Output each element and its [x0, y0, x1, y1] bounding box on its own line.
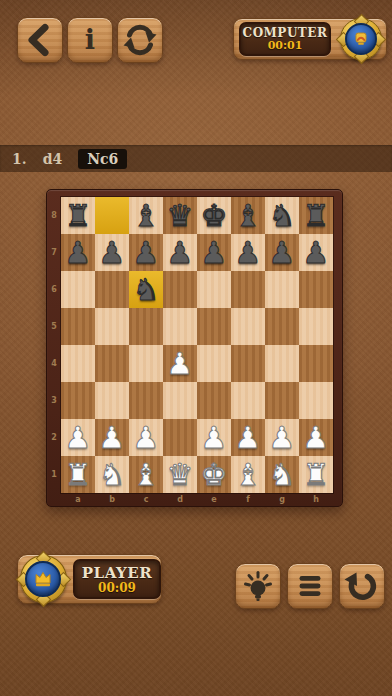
piece-black-pawn[interactable]: ♟ — [265, 234, 299, 271]
square-a5[interactable] — [61, 308, 95, 345]
square-f5[interactable] — [231, 308, 265, 345]
square-c6[interactable]: ♞ — [129, 271, 163, 308]
rank-label-8: 8 — [47, 197, 61, 234]
piece-white-pawn[interactable]: ♟ — [231, 419, 265, 456]
file-label-f: f — [231, 493, 265, 506]
square-e8[interactable]: ♚ — [197, 197, 231, 234]
square-e2[interactable]: ♟ — [197, 419, 231, 456]
square-a6[interactable] — [61, 271, 95, 308]
crown-icon — [31, 567, 55, 591]
square-h1[interactable]: ♜ — [299, 456, 333, 493]
square-d8[interactable]: ♛ — [163, 197, 197, 234]
lightbulb-icon — [236, 564, 280, 608]
square-d3[interactable] — [163, 382, 197, 419]
piece-white-king[interactable]: ♚ — [197, 456, 231, 493]
square-d2[interactable] — [163, 419, 197, 456]
square-c7[interactable]: ♟ — [129, 234, 163, 271]
piece-black-pawn[interactable]: ♟ — [231, 234, 265, 271]
square-f4[interactable] — [231, 345, 265, 382]
rank-label-4: 4 — [47, 345, 61, 382]
square-c8[interactable]: ♝ — [129, 197, 163, 234]
square-g1[interactable]: ♞ — [265, 456, 299, 493]
piece-black-pawn[interactable]: ♟ — [197, 234, 231, 271]
square-g7[interactable]: ♟ — [265, 234, 299, 271]
square-f6[interactable] — [231, 271, 265, 308]
rank-label-2: 2 — [47, 419, 61, 456]
back-button[interactable] — [17, 17, 63, 63]
piece-black-bishop[interactable]: ♝ — [129, 197, 163, 234]
piece-black-pawn[interactable]: ♟ — [61, 234, 95, 271]
square-b3[interactable] — [95, 382, 129, 419]
computer-emblem-icon — [350, 28, 372, 50]
square-h8[interactable]: ♜ — [299, 197, 333, 234]
square-g3[interactable] — [265, 382, 299, 419]
square-h2[interactable]: ♟ — [299, 419, 333, 456]
square-b4[interactable] — [95, 345, 129, 382]
square-g5[interactable] — [265, 308, 299, 345]
square-c5[interactable] — [129, 308, 163, 345]
square-h4[interactable] — [299, 345, 333, 382]
square-c1[interactable]: ♝ — [129, 456, 163, 493]
square-h5[interactable] — [299, 308, 333, 345]
piece-white-pawn[interactable]: ♟ — [129, 419, 163, 456]
square-g8[interactable]: ♞ — [265, 197, 299, 234]
opponent-plate: COMPUTER 00:01 — [239, 22, 331, 56]
piece-white-bishop[interactable]: ♝ — [231, 456, 265, 493]
opponent-avatar-inner — [345, 23, 377, 55]
square-b1[interactable]: ♞ — [95, 456, 129, 493]
piece-white-knight[interactable]: ♞ — [265, 456, 299, 493]
piece-black-pawn[interactable]: ♟ — [299, 234, 333, 271]
move-white[interactable]: d4 — [43, 151, 63, 167]
square-e7[interactable]: ♟ — [197, 234, 231, 271]
square-d7[interactable]: ♟ — [163, 234, 197, 271]
square-d4[interactable]: ♟ — [163, 345, 197, 382]
square-e3[interactable] — [197, 382, 231, 419]
square-f1[interactable]: ♝ — [231, 456, 265, 493]
info-icon: i — [85, 18, 95, 62]
rank-label-1: 1 — [47, 456, 61, 493]
rank-label-5: 5 — [47, 308, 61, 345]
square-d6[interactable] — [163, 271, 197, 308]
square-b5[interactable] — [95, 308, 129, 345]
player-name: PLAYER — [82, 564, 152, 582]
square-e4[interactable] — [197, 345, 231, 382]
rank-label-7: 7 — [47, 234, 61, 271]
undo-button[interactable] — [339, 563, 385, 609]
move-number: 1. — [12, 151, 27, 167]
square-h3[interactable] — [299, 382, 333, 419]
square-c3[interactable] — [129, 382, 163, 419]
info-button[interactable]: i — [67, 17, 113, 63]
board-grid: ♜♝♛♚♝♞♜♟♟♟♟♟♟♟♟♞♟♟♟♟♟♟♟♟♜♞♝♛♚♝♞♜ — [61, 197, 333, 493]
opponent-panel: COMPUTER 00:01 — [233, 18, 387, 60]
square-a8[interactable]: ♜ — [61, 197, 95, 234]
file-label-e: e — [197, 493, 231, 506]
chess-app: i COMPUTER 00:01 — [0, 0, 392, 696]
piece-white-pawn[interactable]: ♟ — [299, 419, 333, 456]
square-f8[interactable]: ♝ — [231, 197, 265, 234]
rank-labels: 87654321 — [47, 197, 61, 493]
opponent-avatar — [340, 18, 382, 60]
chevron-left-icon — [18, 18, 62, 62]
move-black-selected[interactable]: Nc6 — [78, 149, 127, 169]
piece-white-pawn[interactable]: ♟ — [197, 419, 231, 456]
square-a7[interactable]: ♟ — [61, 234, 95, 271]
move-list-bar: 1. d4 Nc6 — [0, 145, 392, 172]
file-label-b: b — [95, 493, 129, 506]
square-e1[interactable]: ♚ — [197, 456, 231, 493]
player-plate: PLAYER 00:09 — [73, 559, 161, 599]
menu-button[interactable] — [287, 563, 333, 609]
hint-button[interactable] — [235, 563, 281, 609]
piece-black-pawn[interactable]: ♟ — [129, 234, 163, 271]
piece-black-bishop[interactable]: ♝ — [231, 197, 265, 234]
piece-black-rook[interactable]: ♜ — [61, 197, 95, 234]
opponent-clock: 00:01 — [268, 39, 303, 52]
square-g2[interactable]: ♟ — [265, 419, 299, 456]
piece-black-king[interactable]: ♚ — [197, 197, 231, 234]
file-label-h: h — [299, 493, 333, 506]
player-clock: 00:09 — [98, 581, 136, 595]
piece-white-knight[interactable]: ♞ — [95, 456, 129, 493]
piece-white-pawn[interactable]: ♟ — [61, 419, 95, 456]
piece-black-knight[interactable]: ♞ — [129, 271, 163, 308]
square-g4[interactable] — [265, 345, 299, 382]
square-a1[interactable]: ♜ — [61, 456, 95, 493]
rank-label-3: 3 — [47, 382, 61, 419]
square-h7[interactable]: ♟ — [299, 234, 333, 271]
square-d5[interactable] — [163, 308, 197, 345]
square-a4[interactable] — [61, 345, 95, 382]
file-label-g: g — [265, 493, 299, 506]
square-c2[interactable]: ♟ — [129, 419, 163, 456]
square-d1[interactable]: ♛ — [163, 456, 197, 493]
square-c4[interactable] — [129, 345, 163, 382]
square-f2[interactable]: ♟ — [231, 419, 265, 456]
piece-white-rook[interactable]: ♜ — [299, 456, 333, 493]
piece-black-queen[interactable]: ♛ — [163, 197, 197, 234]
square-b2[interactable]: ♟ — [95, 419, 129, 456]
restart-cycle-icon — [118, 18, 162, 62]
piece-white-rook[interactable]: ♜ — [61, 456, 95, 493]
square-g6[interactable] — [265, 271, 299, 308]
piece-black-rook[interactable]: ♜ — [299, 197, 333, 234]
square-f3[interactable] — [231, 382, 265, 419]
square-b6[interactable] — [95, 271, 129, 308]
file-labels: abcdefgh — [61, 493, 333, 506]
piece-black-knight[interactable]: ♞ — [265, 197, 299, 234]
hamburger-menu-icon — [288, 564, 332, 608]
square-f7[interactable]: ♟ — [231, 234, 265, 271]
square-e6[interactable] — [197, 271, 231, 308]
file-label-a: a — [61, 493, 95, 506]
file-label-c: c — [129, 493, 163, 506]
rank-label-6: 6 — [47, 271, 61, 308]
square-b8[interactable] — [95, 197, 129, 234]
square-b7[interactable]: ♟ — [95, 234, 129, 271]
piece-white-pawn[interactable]: ♟ — [163, 345, 197, 382]
undo-rotate-ccw-icon — [340, 564, 384, 608]
piece-black-pawn[interactable]: ♟ — [163, 234, 197, 271]
square-a3[interactable] — [61, 382, 95, 419]
player-avatar — [20, 555, 67, 603]
piece-white-queen[interactable]: ♛ — [163, 456, 197, 493]
chess-board: 87654321 abcdefgh ♜♝♛♚♝♞♜♟♟♟♟♟♟♟♟♞♟♟♟♟♟♟… — [46, 189, 343, 507]
restart-button[interactable] — [117, 17, 163, 63]
piece-white-bishop[interactable]: ♝ — [129, 456, 163, 493]
file-label-d: d — [163, 493, 197, 506]
piece-white-pawn[interactable]: ♟ — [265, 419, 299, 456]
square-a2[interactable]: ♟ — [61, 419, 95, 456]
opponent-name: COMPUTER — [243, 26, 328, 40]
player-panel: PLAYER 00:09 — [17, 554, 162, 604]
square-h6[interactable] — [299, 271, 333, 308]
piece-white-pawn[interactable]: ♟ — [95, 419, 129, 456]
square-e5[interactable] — [197, 308, 231, 345]
player-avatar-inner — [25, 561, 61, 597]
piece-black-pawn[interactable]: ♟ — [95, 234, 129, 271]
